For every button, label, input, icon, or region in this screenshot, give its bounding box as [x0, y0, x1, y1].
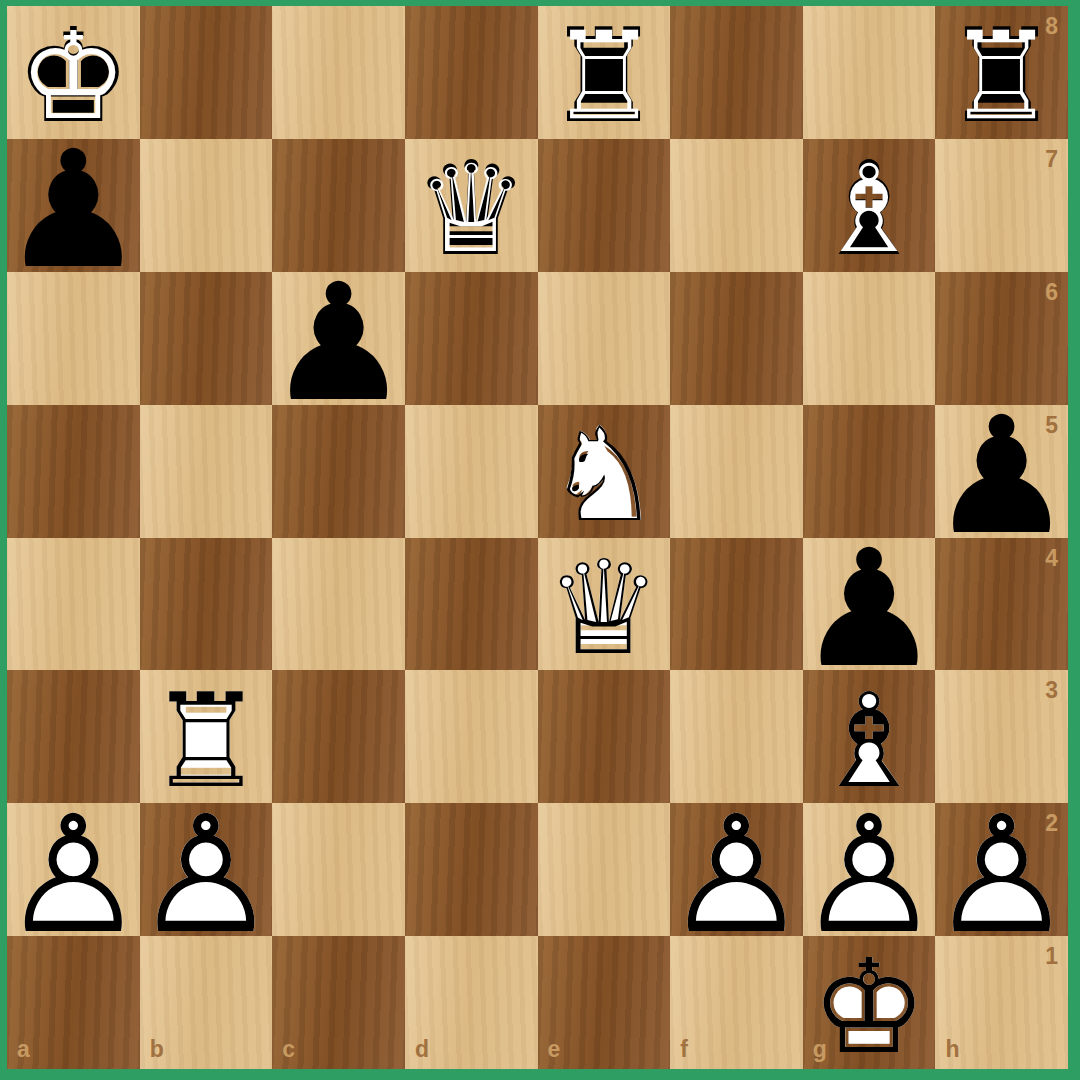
black-rook-outline-icon: ♖ [940, 15, 1063, 139]
piece-black-queen[interactable]: ♛♕ [405, 139, 538, 272]
file-label-h: h [945, 1038, 959, 1061]
square-b1[interactable]: b [140, 936, 273, 1069]
piece-white-pawn[interactable]: ♟♙ [935, 803, 1068, 936]
piece-black-rook[interactable]: ♜♖ [935, 6, 1068, 139]
square-a6[interactable] [7, 272, 140, 405]
piece-white-queen[interactable]: ♛♕ [538, 538, 671, 671]
file-label-e: e [548, 1038, 561, 1061]
square-a4[interactable] [7, 538, 140, 671]
white-pawn-outline-icon: ♙ [803, 808, 936, 941]
piece-black-pawn[interactable]: ♟♙ [7, 139, 140, 272]
square-c2[interactable] [272, 803, 405, 936]
rank-label-3: 3 [1045, 679, 1058, 702]
white-pawn-outline-icon: ♙ [7, 808, 140, 941]
white-king-outline-icon: ♔ [803, 940, 936, 1073]
square-d4[interactable] [405, 538, 538, 671]
square-d7[interactable]: ♛♕ [405, 139, 538, 272]
black-pawn-icon: ♟ [7, 144, 140, 277]
square-h7[interactable]: 7 [935, 139, 1068, 272]
white-pawn-outline-icon: ♙ [140, 808, 273, 941]
black-rook-outline-icon: ♖ [542, 15, 665, 139]
square-f5[interactable] [670, 405, 803, 538]
piece-black-pawn[interactable]: ♟♙ [272, 272, 405, 405]
square-e4[interactable]: ♛♕ [538, 538, 671, 671]
black-pawn-icon: ♟ [272, 277, 405, 410]
square-f8[interactable] [670, 6, 803, 139]
square-b7[interactable] [140, 139, 273, 272]
square-e3[interactable] [538, 670, 671, 803]
square-a5[interactable] [7, 405, 140, 538]
piece-white-pawn[interactable]: ♟♙ [670, 803, 803, 936]
square-g6[interactable] [803, 272, 936, 405]
piece-black-pawn[interactable]: ♟♙ [803, 538, 936, 671]
file-label-d: d [415, 1038, 429, 1061]
chess-board: ♚♔♜♖8♜♖♟♙♛♕♝♗7♟♙6♞♘5♟♙♛♕♟♙4♜♖♝♗3♟♙♟♙♟♙♟♙… [7, 6, 1068, 1069]
square-e1[interactable]: e [538, 936, 671, 1069]
square-g4[interactable]: ♟♙ [803, 538, 936, 671]
square-f7[interactable] [670, 139, 803, 272]
square-f4[interactable] [670, 538, 803, 671]
black-bishop-outline-icon: ♗ [807, 148, 930, 272]
square-g8[interactable] [803, 6, 936, 139]
square-e6[interactable] [538, 272, 671, 405]
file-label-c: c [282, 1038, 295, 1061]
square-c5[interactable] [272, 405, 405, 538]
square-a1[interactable]: a [7, 936, 140, 1069]
rank-label-4: 4 [1045, 547, 1058, 570]
black-queen-outline-icon: ♕ [410, 148, 533, 272]
square-a2[interactable]: ♟♙ [7, 803, 140, 936]
square-e7[interactable] [538, 139, 671, 272]
piece-white-pawn[interactable]: ♟♙ [140, 803, 273, 936]
piece-white-pawn[interactable]: ♟♙ [803, 803, 936, 936]
file-label-f: f [680, 1038, 688, 1061]
rank-label-1: 1 [1045, 945, 1058, 968]
piece-white-knight[interactable]: ♞♘ [538, 405, 671, 538]
square-g7[interactable]: ♝♗ [803, 139, 936, 272]
square-b2[interactable]: ♟♙ [140, 803, 273, 936]
square-d1[interactable]: d [405, 936, 538, 1069]
board-frame: ♚♔♜♖8♜♖♟♙♛♕♝♗7♟♙6♞♘5♟♙♛♕♟♙4♜♖♝♗3♟♙♟♙♟♙♟♙… [0, 0, 1080, 1080]
white-pawn-outline-icon: ♙ [935, 808, 1068, 941]
square-c8[interactable] [272, 6, 405, 139]
square-h1[interactable]: 1h [935, 936, 1068, 1069]
piece-black-pawn[interactable]: ♟♙ [935, 405, 1068, 538]
rank-label-6: 6 [1045, 281, 1058, 304]
square-f6[interactable] [670, 272, 803, 405]
piece-black-rook[interactable]: ♜♖ [538, 6, 671, 139]
square-d2[interactable] [405, 803, 538, 936]
square-d6[interactable] [405, 272, 538, 405]
square-h4[interactable]: 4 [935, 538, 1068, 671]
piece-white-pawn[interactable]: ♟♙ [7, 803, 140, 936]
square-b8[interactable] [140, 6, 273, 139]
square-h2[interactable]: 2♟♙ [935, 803, 1068, 936]
square-h5[interactable]: 5♟♙ [935, 405, 1068, 538]
file-label-b: b [150, 1038, 164, 1061]
square-e2[interactable] [538, 803, 671, 936]
piece-white-king[interactable]: ♚♔ [803, 936, 936, 1069]
white-pawn-outline-icon: ♙ [670, 808, 803, 941]
square-d5[interactable] [405, 405, 538, 538]
square-e8[interactable]: ♜♖ [538, 6, 671, 139]
square-b5[interactable] [140, 405, 273, 538]
square-f2[interactable]: ♟♙ [670, 803, 803, 936]
square-b4[interactable] [140, 538, 273, 671]
square-d8[interactable] [405, 6, 538, 139]
file-label-a: a [17, 1038, 30, 1061]
black-pawn-icon: ♟ [803, 543, 936, 676]
square-f1[interactable]: f [670, 936, 803, 1069]
square-b6[interactable] [140, 272, 273, 405]
white-queen-outline-icon: ♕ [538, 542, 671, 675]
square-d3[interactable] [405, 670, 538, 803]
square-e5[interactable]: ♞♘ [538, 405, 671, 538]
square-c6[interactable]: ♟♙ [272, 272, 405, 405]
black-pawn-icon: ♟ [935, 410, 1068, 543]
square-c3[interactable] [272, 670, 405, 803]
square-g2[interactable]: ♟♙ [803, 803, 936, 936]
square-g1[interactable]: g♚♔ [803, 936, 936, 1069]
square-c1[interactable]: c [272, 936, 405, 1069]
square-h8[interactable]: 8♜♖ [935, 6, 1068, 139]
white-knight-outline-icon: ♘ [538, 409, 671, 542]
square-c4[interactable] [272, 538, 405, 671]
piece-black-bishop[interactable]: ♝♗ [803, 139, 936, 272]
square-a7[interactable]: ♟♙ [7, 139, 140, 272]
rank-label-7: 7 [1045, 148, 1058, 171]
